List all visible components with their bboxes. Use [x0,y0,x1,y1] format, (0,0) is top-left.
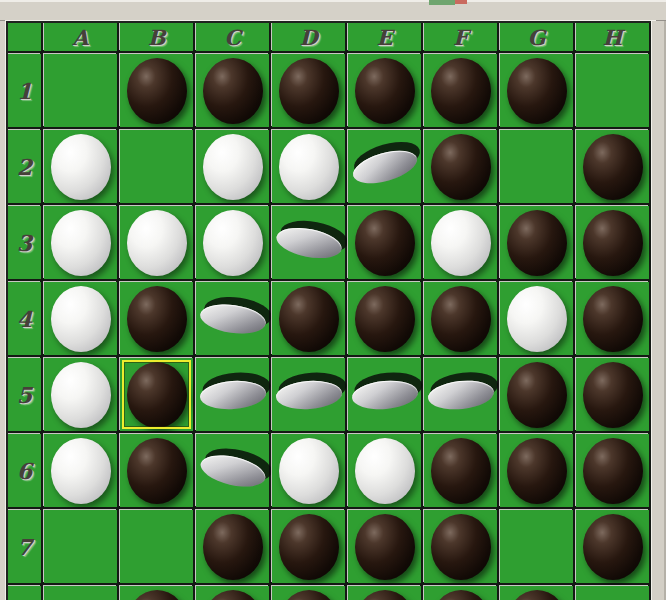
cell-f2[interactable] [424,130,497,203]
cell-g5[interactable] [500,358,573,431]
white-disc [431,210,491,276]
flipping-disc [426,377,495,412]
cell-b6[interactable] [120,434,193,507]
white-disc [51,134,111,200]
cell-d4[interactable] [272,282,345,355]
black-disc [507,362,567,428]
board-grid: ABCDEFGH12345678 [8,23,653,600]
black-disc [431,438,491,504]
board-corner [8,23,41,51]
cell-g8[interactable] [500,586,573,600]
cell-e3[interactable] [348,206,421,279]
cell-d3[interactable] [272,206,345,279]
cell-d7[interactable] [272,510,345,583]
black-disc [279,590,339,600]
cell-f4[interactable] [424,282,497,355]
flipping-disc [199,378,267,411]
cell-h1[interactable] [576,54,649,127]
cell-g2[interactable] [500,130,573,203]
flipping-disc [349,144,420,189]
cell-c4[interactable] [196,282,269,355]
black-disc [431,590,491,600]
cell-g6[interactable] [500,434,573,507]
cell-c1[interactable] [196,54,269,127]
column-label-g: G [500,23,573,51]
black-disc [203,58,263,124]
black-disc [431,134,491,200]
cell-c7[interactable] [196,510,269,583]
cell-a2[interactable] [44,130,117,203]
column-label-a: A [44,23,117,51]
black-disc [583,286,643,352]
black-disc [355,590,415,600]
black-disc [583,210,643,276]
cell-e1[interactable] [348,54,421,127]
black-disc [583,362,643,428]
black-disc [355,514,415,580]
cell-f7[interactable] [424,510,497,583]
cell-b4[interactable] [120,282,193,355]
flipping-disc [198,300,267,337]
black-disc [279,58,339,124]
column-label-c: C [196,23,269,51]
white-disc [507,286,567,352]
black-disc [583,514,643,580]
black-disc [507,590,567,600]
black-disc [507,58,567,124]
cell-h3[interactable] [576,206,649,279]
row-label-6: 6 [8,434,41,507]
cell-d5[interactable] [272,358,345,431]
window-top-strip [0,0,666,21]
black-disc [431,58,491,124]
black-disc [127,286,187,352]
white-disc [51,362,111,428]
black-disc [127,362,187,428]
cell-e5[interactable] [348,358,421,431]
column-label-b: B [120,23,193,51]
flipping-disc [197,449,268,491]
cell-a6[interactable] [44,434,117,507]
cell-h2[interactable] [576,130,649,203]
black-disc [583,438,643,504]
black-disc [583,134,643,200]
cell-a8[interactable] [44,586,117,600]
cell-f6[interactable] [424,434,497,507]
cell-b1[interactable] [120,54,193,127]
cell-e7[interactable] [348,510,421,583]
cell-c2[interactable] [196,130,269,203]
cell-c6[interactable] [196,434,269,507]
cell-h5[interactable] [576,358,649,431]
row-label-4: 4 [8,282,41,355]
white-disc [279,134,339,200]
toolbar-fragment-green [429,0,455,5]
black-disc [127,438,187,504]
cell-a1[interactable] [44,54,117,127]
column-label-f: F [424,23,497,51]
cell-g4[interactable] [500,282,573,355]
cell-d1[interactable] [272,54,345,127]
cell-f1[interactable] [424,54,497,127]
row-label-5: 5 [8,358,41,431]
toolbar-fragment-red [455,0,467,4]
cell-h8[interactable] [576,586,649,600]
black-disc [279,286,339,352]
cell-a5[interactable] [44,358,117,431]
white-disc [51,210,111,276]
cell-e6[interactable] [348,434,421,507]
flipping-disc [350,378,418,412]
black-disc [355,58,415,124]
black-disc [203,514,263,580]
cell-a7[interactable] [44,510,117,583]
row-label-8: 8 [8,586,41,600]
cell-e2[interactable] [348,130,421,203]
cell-h6[interactable] [576,434,649,507]
cell-a3[interactable] [44,206,117,279]
black-disc [279,514,339,580]
white-disc [51,286,111,352]
cell-e8[interactable] [348,586,421,600]
row-label-7: 7 [8,510,41,583]
row-label-2: 2 [8,130,41,203]
black-disc [431,514,491,580]
cell-g3[interactable] [500,206,573,279]
white-disc [51,438,111,504]
black-disc [431,286,491,352]
white-disc [279,438,339,504]
window-right-strip [651,21,666,600]
cell-f8[interactable] [424,586,497,600]
black-disc [355,286,415,352]
black-disc [127,58,187,124]
cell-c3[interactable] [196,206,269,279]
cell-a4[interactable] [44,282,117,355]
cell-d2[interactable] [272,130,345,203]
column-label-d: D [272,23,345,51]
cell-b5[interactable] [120,358,193,431]
cell-c8[interactable] [196,586,269,600]
cell-b7[interactable] [120,510,193,583]
cell-g7[interactable] [500,510,573,583]
row-label-1: 1 [8,54,41,127]
white-disc [127,210,187,276]
cell-c5[interactable] [196,358,269,431]
column-label-h: H [576,23,649,51]
black-disc [507,210,567,276]
row-label-3: 3 [8,206,41,279]
cell-h4[interactable] [576,282,649,355]
cell-d8[interactable] [272,586,345,600]
cell-h7[interactable] [576,510,649,583]
black-disc [507,438,567,504]
cell-f5[interactable] [424,358,497,431]
column-label-e: E [348,23,421,51]
flipping-disc [273,222,343,262]
black-disc [127,590,187,600]
cell-e4[interactable] [348,282,421,355]
black-disc [203,590,263,600]
othello-board: ABCDEFGH12345678 [6,21,655,600]
cell-f3[interactable] [424,206,497,279]
cell-b8[interactable] [120,586,193,600]
white-disc [203,134,263,200]
cell-b2[interactable] [120,130,193,203]
cell-g1[interactable] [500,54,573,127]
flipping-disc [275,378,343,411]
white-disc [203,210,263,276]
white-disc [355,438,415,504]
cell-d6[interactable] [272,434,345,507]
black-disc [355,210,415,276]
cell-b3[interactable] [120,206,193,279]
